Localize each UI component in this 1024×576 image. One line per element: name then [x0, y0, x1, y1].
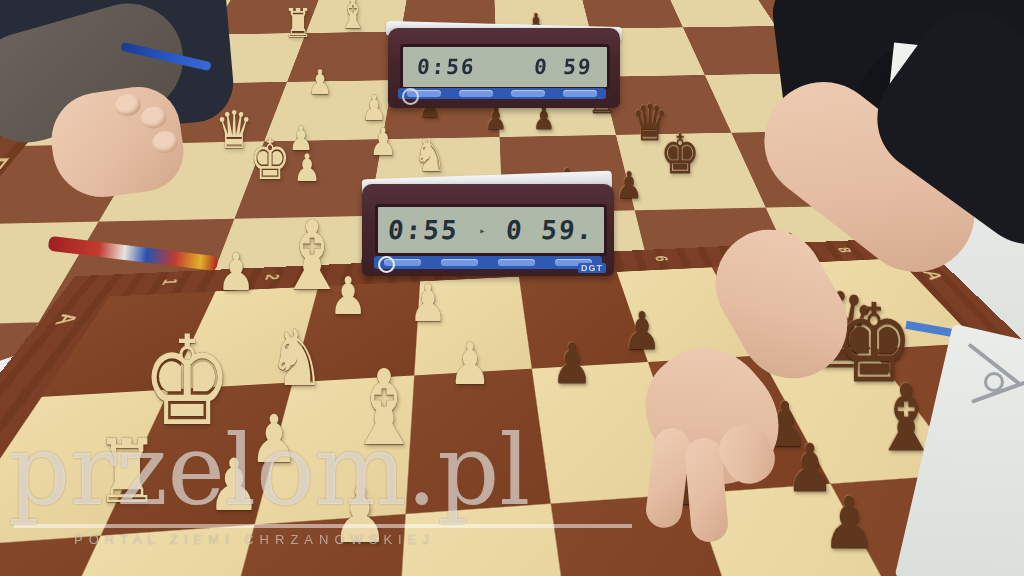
clip-ring: [984, 372, 1004, 392]
chess-clock-foreground: 0:55 ▸ 0 59. DGT: [362, 184, 614, 276]
clock-body: 0:55 ▸ 0 59. DGT: [362, 184, 614, 276]
clock-left-time: 0:55: [387, 215, 460, 245]
dgt-logo-icon: [378, 256, 395, 273]
coordinate-label: 2: [261, 274, 282, 281]
watermark-text: przelom.pl: [8, 420, 648, 522]
clock-button: [563, 90, 596, 97]
watermark-subtitle: PORTAL ZIEMI CHRZANOWSKIEJ: [74, 532, 648, 547]
dgt-brand-label: DGT: [578, 263, 606, 273]
coordinate-label: 6: [651, 256, 671, 262]
knuckle: [139, 105, 168, 130]
watermark: przelom.pl PORTAL ZIEMI CHRZANOWSKIEJ: [8, 420, 648, 547]
clock-buttons: [398, 88, 606, 99]
clock-button: [498, 259, 534, 267]
tournament-photo: ABCDEFGH 12345678 ♝♟♜♟♞♝♟♜♟♟♟♟♛♛♟♟♞♚♚♟♟♟…: [0, 0, 1024, 576]
clock-turn-indicator: ▸: [479, 225, 485, 236]
dgt-logo-icon: [402, 88, 419, 105]
clock-left-time: 0:56: [416, 55, 477, 79]
chess-clock-background: 0:56 0 59: [388, 28, 620, 108]
clock-body: 0:56 0 59: [388, 28, 620, 108]
clock-buttons: [374, 256, 602, 269]
knuckle: [113, 92, 142, 117]
clock-right-time: 0 59.: [504, 215, 595, 245]
clock-button: [511, 90, 544, 97]
clock-button: [459, 90, 492, 97]
coordinate-label: 8: [834, 247, 855, 253]
coordinate-label: 1: [158, 278, 181, 285]
clock-right-time: 0 59: [533, 55, 594, 79]
knuckle: [151, 130, 180, 155]
clock-button: [441, 259, 477, 267]
